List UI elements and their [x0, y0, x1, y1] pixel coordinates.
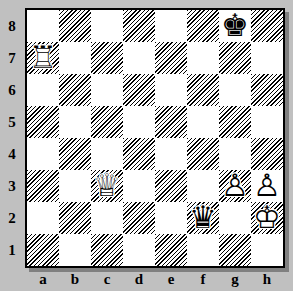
file-label-f: f	[187, 269, 219, 289]
square-b5[interactable]	[59, 106, 91, 138]
rank-label-2: 2	[1, 202, 23, 234]
square-e5[interactable]	[155, 106, 187, 138]
square-a6[interactable]	[27, 74, 59, 106]
square-a7[interactable]: ♜♖	[27, 42, 59, 74]
square-b6[interactable]	[59, 74, 91, 106]
square-h2[interactable]: ♚♔	[251, 202, 283, 234]
square-f1[interactable]	[187, 234, 219, 266]
piece-glyph: ♚	[219, 9, 251, 41]
square-d8[interactable]	[123, 10, 155, 42]
piece-white-queen-c3[interactable]: ♛♕	[91, 170, 123, 202]
square-c8[interactable]	[91, 10, 123, 42]
square-g8[interactable]: ♚	[219, 10, 251, 42]
rank-label-1: 1	[1, 234, 23, 266]
square-b1[interactable]	[59, 234, 91, 266]
file-label-c: c	[91, 269, 123, 289]
square-d7[interactable]	[123, 42, 155, 74]
square-f3[interactable]	[187, 170, 219, 202]
square-d5[interactable]	[123, 106, 155, 138]
square-c6[interactable]	[91, 74, 123, 106]
square-c7[interactable]	[91, 42, 123, 74]
piece-white-pawn-h3[interactable]: ♟♙	[251, 170, 283, 202]
square-c3[interactable]: ♛♕	[91, 170, 123, 202]
square-f8[interactable]	[187, 10, 219, 42]
file-label-a: a	[27, 269, 59, 289]
rank-label-7: 7	[1, 42, 23, 74]
square-h4[interactable]	[251, 138, 283, 170]
file-label-d: d	[123, 269, 155, 289]
square-d3[interactable]	[123, 170, 155, 202]
square-d2[interactable]	[123, 202, 155, 234]
square-h7[interactable]	[251, 42, 283, 74]
square-d6[interactable]	[123, 74, 155, 106]
square-a3[interactable]	[27, 170, 59, 202]
square-b4[interactable]	[59, 138, 91, 170]
square-e8[interactable]	[155, 10, 187, 42]
chess-board: ♚♜♖♛♕♟♙♟♙♛♚♔	[25, 8, 285, 268]
piece-outline: ♖	[27, 41, 59, 73]
square-f6[interactable]	[187, 74, 219, 106]
square-h1[interactable]	[251, 234, 283, 266]
square-g7[interactable]	[219, 42, 251, 74]
piece-white-rook-a7[interactable]: ♜♖	[27, 42, 59, 74]
rank-label-8: 8	[1, 10, 23, 42]
square-c4[interactable]	[91, 138, 123, 170]
chess-diagram: ♚♜♖♛♕♟♙♟♙♛♚♔ 87654321abcdefgh	[0, 0, 293, 291]
piece-white-pawn-g3[interactable]: ♟♙	[219, 170, 251, 202]
square-g2[interactable]	[219, 202, 251, 234]
rank-label-6: 6	[1, 74, 23, 106]
square-c2[interactable]	[91, 202, 123, 234]
square-b8[interactable]	[59, 10, 91, 42]
rank-label-3: 3	[1, 170, 23, 202]
square-d1[interactable]	[123, 234, 155, 266]
square-a8[interactable]	[27, 10, 59, 42]
square-b7[interactable]	[59, 42, 91, 74]
rank-label-4: 4	[1, 138, 23, 170]
square-g4[interactable]	[219, 138, 251, 170]
piece-outline: ♔	[251, 201, 283, 233]
square-a5[interactable]	[27, 106, 59, 138]
square-d4[interactable]	[123, 138, 155, 170]
square-e1[interactable]	[155, 234, 187, 266]
piece-white-king-h2[interactable]: ♚♔	[251, 202, 283, 234]
square-f5[interactable]	[187, 106, 219, 138]
square-e7[interactable]	[155, 42, 187, 74]
square-h5[interactable]	[251, 106, 283, 138]
square-a1[interactable]	[27, 234, 59, 266]
square-g6[interactable]	[219, 74, 251, 106]
file-label-h: h	[251, 269, 283, 289]
piece-outline: ♙	[251, 169, 283, 201]
file-label-g: g	[219, 269, 251, 289]
square-e4[interactable]	[155, 138, 187, 170]
square-c5[interactable]	[91, 106, 123, 138]
square-b2[interactable]	[59, 202, 91, 234]
square-h8[interactable]	[251, 10, 283, 42]
square-h3[interactable]: ♟♙	[251, 170, 283, 202]
square-g5[interactable]	[219, 106, 251, 138]
square-g1[interactable]	[219, 234, 251, 266]
square-e2[interactable]	[155, 202, 187, 234]
square-h6[interactable]	[251, 74, 283, 106]
rank-label-5: 5	[1, 106, 23, 138]
square-f2[interactable]: ♛	[187, 202, 219, 234]
piece-black-king-g8[interactable]: ♚	[219, 10, 251, 42]
piece-glyph: ♛	[187, 201, 219, 233]
square-e3[interactable]	[155, 170, 187, 202]
file-label-e: e	[155, 269, 187, 289]
piece-black-queen-f2[interactable]: ♛	[187, 202, 219, 234]
square-e6[interactable]	[155, 74, 187, 106]
piece-outline: ♙	[219, 169, 251, 201]
file-label-b: b	[59, 269, 91, 289]
square-a4[interactable]	[27, 138, 59, 170]
square-a2[interactable]	[27, 202, 59, 234]
square-c1[interactable]	[91, 234, 123, 266]
square-b3[interactable]	[59, 170, 91, 202]
square-f7[interactable]	[187, 42, 219, 74]
square-g3[interactable]: ♟♙	[219, 170, 251, 202]
square-f4[interactable]	[187, 138, 219, 170]
piece-outline: ♕	[91, 169, 123, 201]
